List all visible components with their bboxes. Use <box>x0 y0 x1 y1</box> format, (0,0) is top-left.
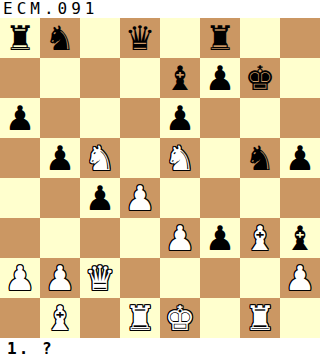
square-d6[interactable] <box>120 98 160 138</box>
piece-white-queen: ♛ <box>80 258 120 298</box>
square-h4[interactable] <box>280 178 320 218</box>
square-b6[interactable] <box>40 98 80 138</box>
piece-black-rook: ♜ <box>0 18 40 58</box>
square-f4[interactable] <box>200 178 240 218</box>
square-f8[interactable]: ♜ <box>200 18 240 58</box>
square-h1[interactable] <box>280 298 320 338</box>
piece-white-rook: ♜ <box>240 298 280 338</box>
puzzle-title: ECM.091 <box>3 0 98 18</box>
square-b1[interactable]: ♝ <box>40 298 80 338</box>
square-a1[interactable] <box>0 298 40 338</box>
square-d3[interactable] <box>120 218 160 258</box>
piece-white-pawn: ♟ <box>0 258 40 298</box>
piece-white-pawn: ♟ <box>40 258 80 298</box>
piece-black-knight: ♞ <box>40 18 80 58</box>
square-e8[interactable] <box>160 18 200 58</box>
square-a2[interactable]: ♟ <box>0 258 40 298</box>
square-a5[interactable] <box>0 138 40 178</box>
square-e4[interactable] <box>160 178 200 218</box>
square-b7[interactable] <box>40 58 80 98</box>
square-h7[interactable] <box>280 58 320 98</box>
square-c4[interactable]: ♟ <box>80 178 120 218</box>
square-h6[interactable] <box>280 98 320 138</box>
square-c8[interactable] <box>80 18 120 58</box>
square-g4[interactable] <box>240 178 280 218</box>
piece-black-pawn: ♟ <box>0 98 40 138</box>
piece-black-bishop: ♝ <box>160 58 200 98</box>
square-c5[interactable]: ♞ <box>80 138 120 178</box>
piece-white-bishop: ♝ <box>240 218 280 258</box>
square-c1[interactable] <box>80 298 120 338</box>
square-d2[interactable] <box>120 258 160 298</box>
square-b3[interactable] <box>40 218 80 258</box>
square-f5[interactable] <box>200 138 240 178</box>
square-c2[interactable]: ♛ <box>80 258 120 298</box>
piece-black-pawn: ♟ <box>200 218 240 258</box>
piece-black-pawn: ♟ <box>280 138 320 178</box>
piece-black-knight: ♞ <box>240 138 280 178</box>
square-h3[interactable]: ♝ <box>280 218 320 258</box>
square-e3[interactable]: ♟ <box>160 218 200 258</box>
square-e6[interactable]: ♟ <box>160 98 200 138</box>
piece-white-pawn: ♟ <box>280 258 320 298</box>
square-d8[interactable]: ♛ <box>120 18 160 58</box>
square-c7[interactable] <box>80 58 120 98</box>
piece-white-pawn: ♟ <box>160 218 200 258</box>
piece-black-pawn: ♟ <box>80 178 120 218</box>
square-f6[interactable] <box>200 98 240 138</box>
piece-white-king: ♚ <box>160 298 200 338</box>
header: ECM.091 <box>0 0 320 18</box>
square-g7[interactable]: ♚ <box>240 58 280 98</box>
square-a3[interactable] <box>0 218 40 258</box>
square-a7[interactable] <box>0 58 40 98</box>
square-f7[interactable]: ♟ <box>200 58 240 98</box>
square-d4[interactable]: ♟ <box>120 178 160 218</box>
piece-white-pawn: ♟ <box>120 178 160 218</box>
square-g3[interactable]: ♝ <box>240 218 280 258</box>
square-b4[interactable] <box>40 178 80 218</box>
square-f1[interactable] <box>200 298 240 338</box>
square-h5[interactable]: ♟ <box>280 138 320 178</box>
piece-black-king: ♚ <box>240 58 280 98</box>
square-d5[interactable] <box>120 138 160 178</box>
piece-white-bishop: ♝ <box>40 298 80 338</box>
footer: 1. ? <box>0 338 320 360</box>
square-g2[interactable] <box>240 258 280 298</box>
square-g1[interactable]: ♜ <box>240 298 280 338</box>
square-g8[interactable] <box>240 18 280 58</box>
square-f2[interactable] <box>200 258 240 298</box>
square-b8[interactable]: ♞ <box>40 18 80 58</box>
piece-white-rook: ♜ <box>120 298 160 338</box>
square-e2[interactable] <box>160 258 200 298</box>
square-a4[interactable] <box>0 178 40 218</box>
square-g5[interactable]: ♞ <box>240 138 280 178</box>
piece-black-pawn: ♟ <box>40 138 80 178</box>
square-f3[interactable]: ♟ <box>200 218 240 258</box>
square-c3[interactable] <box>80 218 120 258</box>
piece-black-queen: ♛ <box>120 18 160 58</box>
square-e7[interactable]: ♝ <box>160 58 200 98</box>
piece-white-knight: ♞ <box>160 138 200 178</box>
piece-white-knight: ♞ <box>80 138 120 178</box>
chess-board: ♜♞♛♜♝♟♚♟♟♟♞♞♞♟♟♟♟♟♝♝♟♟♛♟♝♜♚♜ <box>0 18 320 338</box>
square-h8[interactable] <box>280 18 320 58</box>
square-d1[interactable]: ♜ <box>120 298 160 338</box>
piece-black-pawn: ♟ <box>160 98 200 138</box>
square-b5[interactable]: ♟ <box>40 138 80 178</box>
square-a6[interactable]: ♟ <box>0 98 40 138</box>
square-a8[interactable]: ♜ <box>0 18 40 58</box>
square-g6[interactable] <box>240 98 280 138</box>
move-prompt: 1. ? <box>7 338 54 360</box>
square-b2[interactable]: ♟ <box>40 258 80 298</box>
square-e1[interactable]: ♚ <box>160 298 200 338</box>
piece-black-bishop: ♝ <box>280 218 320 258</box>
square-c6[interactable] <box>80 98 120 138</box>
square-h2[interactable]: ♟ <box>280 258 320 298</box>
piece-black-rook: ♜ <box>200 18 240 58</box>
square-d7[interactable] <box>120 58 160 98</box>
square-e5[interactable]: ♞ <box>160 138 200 178</box>
piece-black-pawn: ♟ <box>200 58 240 98</box>
